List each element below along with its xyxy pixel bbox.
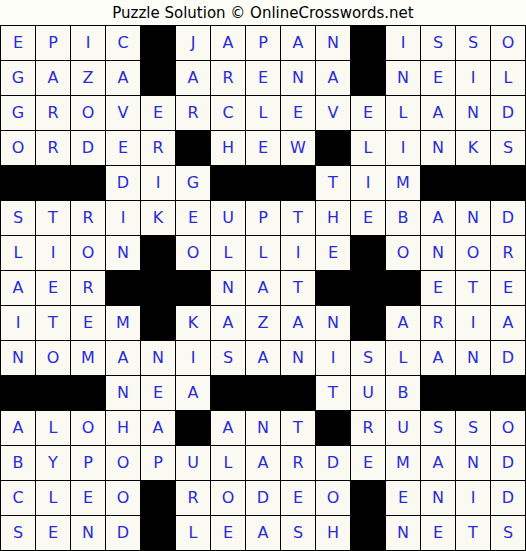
black-cell-r11c15: [491, 376, 525, 410]
letter-cell-r8c13: E: [421, 271, 455, 305]
letter-cell-r3c5: E: [141, 96, 175, 130]
letter-cell-r7c15: R: [491, 236, 525, 270]
letter-cell-r4c9: W: [281, 131, 315, 165]
letter-cell-r12c2: L: [36, 411, 70, 445]
letter-cell-r12c9: T: [281, 411, 315, 445]
black-cell-r8c5: [141, 271, 175, 305]
letter-cell-r13c2: Y: [36, 446, 70, 480]
letter-cell-r14c1: C: [1, 481, 35, 515]
letter-cell-r10c8: A: [246, 341, 280, 375]
black-cell-r9c11: [351, 306, 385, 340]
black-cell-r2c5: [141, 61, 175, 95]
letter-cell-r2c12: N: [386, 61, 420, 95]
letter-cell-r6c5: K: [141, 201, 175, 235]
letter-cell-r15c14: T: [456, 516, 490, 550]
letter-cell-r9c4: M: [106, 306, 140, 340]
letter-cell-r1c1: E: [1, 26, 35, 60]
letter-cell-r9c9: A: [281, 306, 315, 340]
letter-cell-r2c14: I: [456, 61, 490, 95]
letter-cell-r1c12: I: [386, 26, 420, 60]
letter-cell-r6c15: D: [491, 201, 525, 235]
letter-cell-r7c6: O: [176, 236, 210, 270]
letter-cell-r6c4: I: [106, 201, 140, 235]
letter-cell-r1c15: O: [491, 26, 525, 60]
letter-cell-r11c5: E: [141, 376, 175, 410]
black-cell-r14c11: [351, 481, 385, 515]
letter-cell-r9c12: A: [386, 306, 420, 340]
letter-cell-r9c13: R: [421, 306, 455, 340]
puzzle-title: Puzzle Solution © OnlineCrosswords.net: [0, 0, 526, 25]
letter-cell-r15c8: A: [246, 516, 280, 550]
letter-cell-r6c11: E: [351, 201, 385, 235]
letter-cell-r2c9: N: [281, 61, 315, 95]
letter-cell-r9c10: N: [316, 306, 350, 340]
letter-cell-r1c10: N: [316, 26, 350, 60]
letter-cell-r10c14: N: [456, 341, 490, 375]
black-cell-r11c9: [281, 376, 315, 410]
letter-cell-r15c13: E: [421, 516, 455, 550]
letter-cell-r5c5: I: [141, 166, 175, 200]
black-cell-r8c11: [351, 271, 385, 305]
letter-cell-r4c5: R: [141, 131, 175, 165]
letter-cell-r14c10: O: [316, 481, 350, 515]
letter-cell-r3c14: N: [456, 96, 490, 130]
letter-cell-r10c15: D: [491, 341, 525, 375]
letter-cell-r15c15: S: [491, 516, 525, 550]
letter-cell-r10c10: I: [316, 341, 350, 375]
letter-cell-r12c15: O: [491, 411, 525, 445]
letter-cell-r5c10: T: [316, 166, 350, 200]
letter-cell-r8c1: A: [1, 271, 35, 305]
black-cell-r11c13: [421, 376, 455, 410]
letter-cell-r1c14: S: [456, 26, 490, 60]
letter-cell-r4c13: N: [421, 131, 455, 165]
letter-cell-r10c11: S: [351, 341, 385, 375]
black-cell-r5c13: [421, 166, 455, 200]
letter-cell-r5c4: D: [106, 166, 140, 200]
letter-cell-r2c4: A: [106, 61, 140, 95]
letter-cell-r4c1: O: [1, 131, 35, 165]
letter-cell-r9c2: T: [36, 306, 70, 340]
letter-cell-r6c13: A: [421, 201, 455, 235]
letter-cell-r3c1: G: [1, 96, 35, 130]
letter-cell-r15c6: L: [176, 516, 210, 550]
black-cell-r11c3: [71, 376, 105, 410]
black-cell-r5c1: [1, 166, 35, 200]
black-cell-r11c1: [1, 376, 35, 410]
letter-cell-r4c14: K: [456, 131, 490, 165]
black-cell-r5c2: [36, 166, 70, 200]
letter-cell-r15c10: H: [316, 516, 350, 550]
letter-cell-r11c10: T: [316, 376, 350, 410]
letter-cell-r7c1: L: [1, 236, 35, 270]
letter-cell-r12c5: A: [141, 411, 175, 445]
letter-cell-r1c13: S: [421, 26, 455, 60]
letter-cell-r12c13: S: [421, 411, 455, 445]
letter-cell-r9c6: K: [176, 306, 210, 340]
letter-cell-r13c15: D: [491, 446, 525, 480]
letter-cell-r12c14: S: [456, 411, 490, 445]
letter-cell-r10c13: A: [421, 341, 455, 375]
letter-cell-r2c3: Z: [71, 61, 105, 95]
letter-cell-r7c3: O: [71, 236, 105, 270]
letter-cell-r2c15: L: [491, 61, 525, 95]
letter-cell-r10c12: L: [386, 341, 420, 375]
black-cell-r8c10: [316, 271, 350, 305]
letter-cell-r5c12: M: [386, 166, 420, 200]
letter-cell-r3c11: E: [351, 96, 385, 130]
letter-cell-r12c1: A: [1, 411, 35, 445]
letter-cell-r1c6: J: [176, 26, 210, 60]
letter-cell-r14c13: N: [421, 481, 455, 515]
black-cell-r5c7: [211, 166, 245, 200]
letter-cell-r7c2: I: [36, 236, 70, 270]
letter-cell-r11c6: A: [176, 376, 210, 410]
black-cell-r7c11: [351, 236, 385, 270]
letter-cell-r5c6: G: [176, 166, 210, 200]
black-cell-r1c11: [351, 26, 385, 60]
letter-cell-r3c9: E: [281, 96, 315, 130]
letter-cell-r12c7: A: [211, 411, 245, 445]
letter-cell-r3c12: L: [386, 96, 420, 130]
letter-cell-r12c8: N: [246, 411, 280, 445]
black-cell-r11c8: [246, 376, 280, 410]
letter-cell-r13c14: N: [456, 446, 490, 480]
black-cell-r5c9: [281, 166, 315, 200]
letter-cell-r4c2: R: [36, 131, 70, 165]
letter-cell-r1c7: A: [211, 26, 245, 60]
black-cell-r4c10: [316, 131, 350, 165]
black-cell-r12c6: [176, 411, 210, 445]
letter-cell-r4c7: H: [211, 131, 245, 165]
letter-cell-r2c13: E: [421, 61, 455, 95]
letter-cell-r7c12: O: [386, 236, 420, 270]
black-cell-r4c6: [176, 131, 210, 165]
letter-cell-r8c8: A: [246, 271, 280, 305]
letter-cell-r4c3: D: [71, 131, 105, 165]
letter-cell-r13c5: P: [141, 446, 175, 480]
letter-cell-r9c3: E: [71, 306, 105, 340]
letter-cell-r9c7: A: [211, 306, 245, 340]
letter-cell-r10c4: A: [106, 341, 140, 375]
letter-cell-r2c2: A: [36, 61, 70, 95]
letter-cell-r10c3: M: [71, 341, 105, 375]
black-cell-r8c4: [106, 271, 140, 305]
letter-cell-r14c3: E: [71, 481, 105, 515]
letter-cell-r6c6: E: [176, 201, 210, 235]
letter-cell-r8c14: T: [456, 271, 490, 305]
letter-cell-r8c2: E: [36, 271, 70, 305]
letter-cell-r1c4: C: [106, 26, 140, 60]
black-cell-r11c14: [456, 376, 490, 410]
letter-cell-r14c4: O: [106, 481, 140, 515]
black-cell-r5c15: [491, 166, 525, 200]
black-cell-r2c11: [351, 61, 385, 95]
letter-cell-r8c15: E: [491, 271, 525, 305]
black-cell-r8c12: [386, 271, 420, 305]
letter-cell-r13c6: U: [176, 446, 210, 480]
letter-cell-r7c13: N: [421, 236, 455, 270]
black-cell-r5c8: [246, 166, 280, 200]
letter-cell-r8c3: R: [71, 271, 105, 305]
letter-cell-r7c8: L: [246, 236, 280, 270]
letter-cell-r9c8: Z: [246, 306, 280, 340]
letter-cell-r3c2: R: [36, 96, 70, 130]
letter-cell-r7c14: O: [456, 236, 490, 270]
letter-cell-r13c4: O: [106, 446, 140, 480]
black-cell-r9c5: [141, 306, 175, 340]
letter-cell-r13c9: R: [281, 446, 315, 480]
black-cell-r5c3: [71, 166, 105, 200]
letter-cell-r13c7: L: [211, 446, 245, 480]
letter-cell-r2c6: A: [176, 61, 210, 95]
letter-cell-r3c8: L: [246, 96, 280, 130]
letter-cell-r11c11: U: [351, 376, 385, 410]
letter-cell-r14c8: D: [246, 481, 280, 515]
letter-cell-r9c15: A: [491, 306, 525, 340]
letter-cell-r8c9: T: [281, 271, 315, 305]
letter-cell-r2c8: E: [246, 61, 280, 95]
letter-cell-r14c12: E: [386, 481, 420, 515]
letter-cell-r6c10: H: [316, 201, 350, 235]
letter-cell-r1c8: P: [246, 26, 280, 60]
letter-cell-r9c1: I: [1, 306, 35, 340]
letter-cell-r14c7: O: [211, 481, 245, 515]
letter-cell-r6c14: N: [456, 201, 490, 235]
letter-cell-r3c4: V: [106, 96, 140, 130]
letter-cell-r14c2: L: [36, 481, 70, 515]
letter-cell-r6c3: R: [71, 201, 105, 235]
letter-cell-r12c11: R: [351, 411, 385, 445]
crossword-grid: EPICJAPANISSOGAZAARENANEILGROVERCLEVELAN…: [0, 25, 526, 551]
black-cell-r12c10: [316, 411, 350, 445]
letter-cell-r5c11: I: [351, 166, 385, 200]
letter-cell-r15c4: D: [106, 516, 140, 550]
letter-cell-r14c9: E: [281, 481, 315, 515]
letter-cell-r9c14: I: [456, 306, 490, 340]
letter-cell-r12c3: O: [71, 411, 105, 445]
letter-cell-r1c2: P: [36, 26, 70, 60]
letter-cell-r14c14: I: [456, 481, 490, 515]
letter-cell-r4c8: E: [246, 131, 280, 165]
letter-cell-r10c7: S: [211, 341, 245, 375]
letter-cell-r6c9: T: [281, 201, 315, 235]
letter-cell-r2c10: A: [316, 61, 350, 95]
letter-cell-r11c4: N: [106, 376, 140, 410]
letter-cell-r13c12: M: [386, 446, 420, 480]
black-cell-r5c14: [456, 166, 490, 200]
letter-cell-r4c15: S: [491, 131, 525, 165]
letter-cell-r10c1: N: [1, 341, 35, 375]
black-cell-r11c7: [211, 376, 245, 410]
letter-cell-r6c8: P: [246, 201, 280, 235]
letter-cell-r3c13: A: [421, 96, 455, 130]
letter-cell-r15c1: S: [1, 516, 35, 550]
letter-cell-r7c7: L: [211, 236, 245, 270]
letter-cell-r15c2: E: [36, 516, 70, 550]
letter-cell-r6c7: U: [211, 201, 245, 235]
letter-cell-r10c6: I: [176, 341, 210, 375]
letter-cell-r6c2: T: [36, 201, 70, 235]
letter-cell-r6c1: S: [1, 201, 35, 235]
letter-cell-r10c5: N: [141, 341, 175, 375]
letter-cell-r3c6: R: [176, 96, 210, 130]
letter-cell-r15c3: N: [71, 516, 105, 550]
letter-cell-r8c7: N: [211, 271, 245, 305]
black-cell-r1c5: [141, 26, 175, 60]
letter-cell-r1c9: A: [281, 26, 315, 60]
letter-cell-r11c12: B: [386, 376, 420, 410]
letter-cell-r4c12: I: [386, 131, 420, 165]
letter-cell-r12c4: H: [106, 411, 140, 445]
letter-cell-r13c3: P: [71, 446, 105, 480]
letter-cell-r3c7: C: [211, 96, 245, 130]
letter-cell-r2c1: G: [1, 61, 35, 95]
letter-cell-r15c12: N: [386, 516, 420, 550]
letter-cell-r13c1: B: [1, 446, 35, 480]
letter-cell-r1c3: I: [71, 26, 105, 60]
black-cell-r8c6: [176, 271, 210, 305]
letter-cell-r13c8: A: [246, 446, 280, 480]
letter-cell-r6c12: B: [386, 201, 420, 235]
letter-cell-r12c12: U: [386, 411, 420, 445]
black-cell-r11c2: [36, 376, 70, 410]
letter-cell-r15c9: S: [281, 516, 315, 550]
letter-cell-r10c9: N: [281, 341, 315, 375]
letter-cell-r3c15: D: [491, 96, 525, 130]
black-cell-r15c11: [351, 516, 385, 550]
letter-cell-r15c7: E: [211, 516, 245, 550]
letter-cell-r7c10: E: [316, 236, 350, 270]
letter-cell-r7c4: N: [106, 236, 140, 270]
letter-cell-r10c2: O: [36, 341, 70, 375]
letter-cell-r14c15: D: [491, 481, 525, 515]
letter-cell-r13c13: A: [421, 446, 455, 480]
letter-cell-r13c11: E: [351, 446, 385, 480]
letter-cell-r13c10: D: [316, 446, 350, 480]
letter-cell-r2c7: R: [211, 61, 245, 95]
letter-cell-r7c9: I: [281, 236, 315, 270]
letter-cell-r4c4: E: [106, 131, 140, 165]
letter-cell-r14c6: R: [176, 481, 210, 515]
letter-cell-r3c3: O: [71, 96, 105, 130]
letter-cell-r3c10: V: [316, 96, 350, 130]
black-cell-r15c5: [141, 516, 175, 550]
black-cell-r14c5: [141, 481, 175, 515]
letter-cell-r4c11: L: [351, 131, 385, 165]
black-cell-r7c5: [141, 236, 175, 270]
